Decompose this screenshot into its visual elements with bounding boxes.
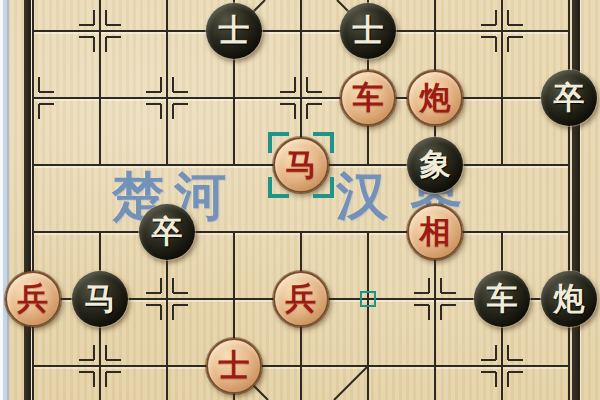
piece-black-cannon[interactable]: 炮 [541, 271, 597, 327]
piece-red-horse[interactable]: 马 [273, 137, 329, 193]
piece-black-chariot[interactable]: 车 [474, 271, 530, 327]
left-border-bar [24, 0, 31, 400]
right-border-bar [572, 0, 580, 400]
piece-red-elephant[interactable]: 相 [407, 204, 463, 260]
piece-red-chariot[interactable]: 车 [340, 70, 396, 126]
piece-red-soldier[interactable]: 兵 [5, 271, 61, 327]
piece-black-elephant[interactable]: 象 [407, 137, 463, 193]
board-grid-lines [0, 0, 600, 400]
piece-black-soldier[interactable]: 卒 [541, 70, 597, 126]
piece-red-advisor[interactable]: 士 [206, 338, 262, 394]
piece-black-soldier[interactable]: 卒 [139, 204, 195, 260]
board-left-edge [0, 0, 9, 400]
piece-black-advisor[interactable]: 士 [340, 3, 396, 59]
piece-black-advisor[interactable]: 士 [206, 3, 262, 59]
piece-red-soldier[interactable]: 兵 [273, 271, 329, 327]
xiangqi-board[interactable]: 楚河 汉界 士士车炮卒马象卒相兵马兵车炮士 [0, 0, 600, 400]
piece-red-cannon[interactable]: 炮 [407, 70, 463, 126]
piece-black-horse[interactable]: 马 [72, 271, 128, 327]
